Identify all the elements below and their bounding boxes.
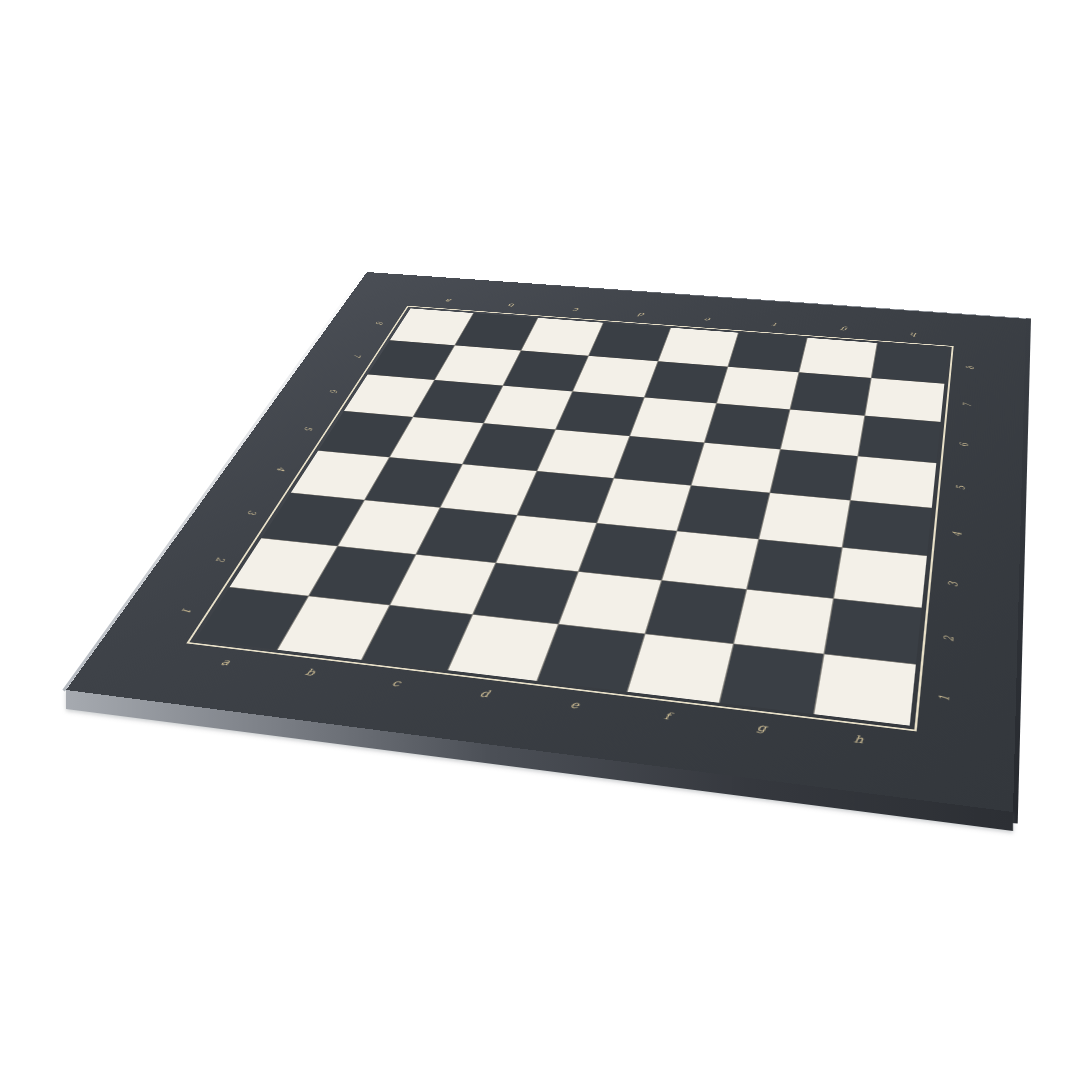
square-e3 [579,523,676,580]
square-d6 [556,392,643,436]
file-label-top-c: c [572,307,580,312]
square-e5 [614,437,703,485]
file-label-bottom-b: b [303,667,316,677]
rank-label-left-3: 3 [246,510,259,515]
rank-label-right-2: 2 [942,635,955,641]
square-d5 [538,430,629,478]
file-label-bottom-g: g [756,722,767,733]
square-h1 [814,654,916,725]
file-label-bottom-d: d [478,689,490,699]
rank-label-left-2: 2 [214,556,228,561]
file-label-bottom-c: c [390,678,402,688]
square-f5 [691,443,779,492]
square-f1 [627,634,732,703]
file-label-top-g: g [840,327,848,333]
square-g7 [790,373,870,416]
rank-label-left-4: 4 [275,466,287,471]
file-label-top-b: b [507,303,516,308]
square-e6 [630,398,716,443]
file-label-bottom-e: e [569,700,580,710]
rank-label-right-5: 5 [955,485,967,490]
rank-label-right-1: 1 [938,694,952,701]
rank-label-left-6: 6 [328,389,340,393]
chess-board: aabbccddeeffgghh1122334455667788 [66,272,1026,812]
square-g4 [759,493,850,547]
square-g3 [747,539,842,598]
square-h6 [858,416,940,463]
square-h8 [872,343,948,384]
square-f4 [677,485,769,538]
square-g8 [799,338,876,378]
square-f7 [717,367,799,409]
file-label-top-f: f [773,322,778,327]
square-h3 [834,548,927,608]
square-g5 [770,450,857,500]
file-label-bottom-f: f [663,711,671,721]
file-label-bottom-h: h [853,734,864,745]
product-photo: aabbccddeeffgghh1122334455667788 [0,0,1080,1080]
square-g1 [720,644,824,714]
rank-label-right-7: 7 [962,403,973,407]
rank-label-right-6: 6 [959,442,970,447]
square-h7 [865,378,944,422]
file-label-top-d: d [637,312,645,317]
rank-label-left-5: 5 [302,426,314,430]
square-g6 [781,410,865,456]
rank-label-right-4: 4 [951,531,963,536]
rank-label-left-1: 1 [179,607,193,613]
square-e2 [559,572,661,634]
square-d7 [573,356,657,397]
file-label-top-a: a [444,298,453,303]
rank-label-right-8: 8 [965,366,975,370]
square-f8 [728,333,807,372]
square-h5 [851,457,937,508]
square-e8 [658,328,738,367]
rank-label-right-3: 3 [947,581,960,587]
square-f2 [645,581,745,644]
playfield-grid [195,308,948,725]
square-f3 [662,531,758,589]
square-d8 [589,323,670,361]
square-h2 [825,599,922,664]
file-label-bottom-a: a [219,657,232,667]
square-g2 [734,590,833,654]
square-h4 [843,500,932,555]
square-e7 [644,362,727,404]
rank-label-left-7: 7 [352,354,363,358]
rank-label-left-8: 8 [374,321,385,324]
square-e4 [597,478,690,530]
square-f6 [704,404,789,449]
file-label-top-e: e [704,317,712,322]
file-label-top-h: h [910,332,918,338]
playing-field-inlay-border [186,306,953,732]
